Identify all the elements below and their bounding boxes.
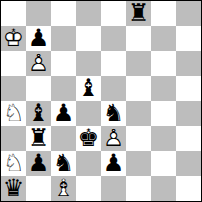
- piece-glyph: ♙: [103, 126, 125, 151]
- square-a6[interactable]: [1, 51, 26, 76]
- square-e2[interactable]: ♟: [101, 151, 126, 176]
- square-g1[interactable]: [151, 176, 176, 201]
- piece-glyph: ♘: [3, 101, 25, 126]
- square-c4[interactable]: ♟: [51, 101, 76, 126]
- square-h5[interactable]: [176, 76, 201, 101]
- square-b4[interactable]: ♝: [26, 101, 51, 126]
- square-d8[interactable]: [76, 1, 101, 26]
- piece-black-pawn[interactable]: ♟: [26, 151, 51, 176]
- square-h6[interactable]: [176, 51, 201, 76]
- square-a5[interactable]: [1, 76, 26, 101]
- square-d7[interactable]: [76, 26, 101, 51]
- piece-white-pawn[interactable]: ♟♙: [26, 51, 51, 76]
- square-f1[interactable]: [126, 176, 151, 201]
- square-h8[interactable]: [176, 1, 201, 26]
- square-d6[interactable]: [76, 51, 101, 76]
- piece-glyph: ♙: [28, 51, 50, 76]
- square-f5[interactable]: [126, 76, 151, 101]
- square-c8[interactable]: [51, 1, 76, 26]
- square-f6[interactable]: [126, 51, 151, 76]
- piece-glyph: ♗: [53, 176, 75, 201]
- square-c3[interactable]: [51, 126, 76, 151]
- piece-glyph: ♝: [28, 101, 50, 126]
- square-d4[interactable]: [76, 101, 101, 126]
- piece-black-bishop[interactable]: ♝: [26, 101, 51, 126]
- square-c1[interactable]: ♝♗: [51, 176, 76, 201]
- square-g6[interactable]: [151, 51, 176, 76]
- square-e3[interactable]: ♟♙: [101, 126, 126, 151]
- piece-black-rook[interactable]: ♜: [26, 126, 51, 151]
- square-d2[interactable]: [76, 151, 101, 176]
- chess-board: ♜♚♔♟♟♙♝♞♘♝♟♞♜♚♟♙♞♘♟♞♟♛♝♗: [0, 0, 202, 202]
- square-e5[interactable]: [101, 76, 126, 101]
- square-b1[interactable]: [26, 176, 51, 201]
- piece-black-pawn[interactable]: ♟: [51, 101, 76, 126]
- square-c2[interactable]: ♞: [51, 151, 76, 176]
- square-g2[interactable]: [151, 151, 176, 176]
- square-d5[interactable]: ♝: [76, 76, 101, 101]
- piece-glyph: ♚: [78, 126, 100, 151]
- piece-glyph: ♟: [28, 26, 50, 51]
- square-b2[interactable]: ♟: [26, 151, 51, 176]
- square-e7[interactable]: [101, 26, 126, 51]
- square-b6[interactable]: ♟♙: [26, 51, 51, 76]
- square-f8[interactable]: ♜: [126, 1, 151, 26]
- square-h3[interactable]: [176, 126, 201, 151]
- square-b5[interactable]: [26, 76, 51, 101]
- square-h1[interactable]: [176, 176, 201, 201]
- square-a1[interactable]: ♛: [1, 176, 26, 201]
- square-a4[interactable]: ♞♘: [1, 101, 26, 126]
- piece-glyph: ♟: [53, 101, 75, 126]
- square-c5[interactable]: [51, 76, 76, 101]
- square-e1[interactable]: [101, 176, 126, 201]
- square-g3[interactable]: [151, 126, 176, 151]
- square-e6[interactable]: [101, 51, 126, 76]
- square-f2[interactable]: [126, 151, 151, 176]
- piece-white-pawn[interactable]: ♟♙: [101, 126, 126, 151]
- piece-black-pawn[interactable]: ♟: [101, 151, 126, 176]
- square-f3[interactable]: [126, 126, 151, 151]
- square-g7[interactable]: [151, 26, 176, 51]
- square-h7[interactable]: [176, 26, 201, 51]
- piece-glyph: ♜: [28, 126, 50, 151]
- square-e4[interactable]: ♞: [101, 101, 126, 126]
- square-d3[interactable]: ♚: [76, 126, 101, 151]
- piece-glyph: ♟: [103, 151, 125, 176]
- piece-glyph: ♘: [3, 151, 25, 176]
- square-g8[interactable]: [151, 1, 176, 26]
- square-g4[interactable]: [151, 101, 176, 126]
- piece-black-knight[interactable]: ♞: [51, 151, 76, 176]
- square-d1[interactable]: [76, 176, 101, 201]
- square-h2[interactable]: [176, 151, 201, 176]
- square-b3[interactable]: ♜: [26, 126, 51, 151]
- square-c6[interactable]: [51, 51, 76, 76]
- square-e8[interactable]: [101, 1, 126, 26]
- square-a8[interactable]: [1, 1, 26, 26]
- piece-black-king[interactable]: ♚: [76, 126, 101, 151]
- piece-black-knight[interactable]: ♞: [101, 101, 126, 126]
- piece-glyph: ♞: [53, 151, 75, 176]
- piece-glyph: ♝: [78, 76, 100, 101]
- square-a7[interactable]: ♚♔: [1, 26, 26, 51]
- piece-black-pawn[interactable]: ♟: [26, 26, 51, 51]
- piece-glyph: ♛: [3, 176, 25, 201]
- square-c7[interactable]: [51, 26, 76, 51]
- piece-black-bishop[interactable]: ♝: [76, 76, 101, 101]
- piece-black-queen[interactable]: ♛: [1, 176, 26, 201]
- piece-glyph: ♜: [128, 1, 150, 26]
- square-a3[interactable]: [1, 126, 26, 151]
- square-b7[interactable]: ♟: [26, 26, 51, 51]
- square-f4[interactable]: [126, 101, 151, 126]
- piece-black-rook[interactable]: ♜: [126, 1, 151, 26]
- square-a2[interactable]: ♞♘: [1, 151, 26, 176]
- square-b8[interactable]: [26, 1, 51, 26]
- piece-glyph: ♞: [103, 101, 125, 126]
- square-h4[interactable]: [176, 101, 201, 126]
- piece-glyph: ♟: [28, 151, 50, 176]
- piece-white-king[interactable]: ♚♔: [1, 26, 26, 51]
- square-g5[interactable]: [151, 76, 176, 101]
- piece-white-knight[interactable]: ♞♘: [1, 151, 26, 176]
- piece-white-knight[interactable]: ♞♘: [1, 101, 26, 126]
- piece-white-bishop[interactable]: ♝♗: [51, 176, 76, 201]
- piece-glyph: ♔: [3, 26, 25, 51]
- square-f7[interactable]: [126, 26, 151, 51]
- chess-diagram: ♜♚♔♟♟♙♝♞♘♝♟♞♜♚♟♙♞♘♟♞♟♛♝♗: [0, 0, 202, 202]
